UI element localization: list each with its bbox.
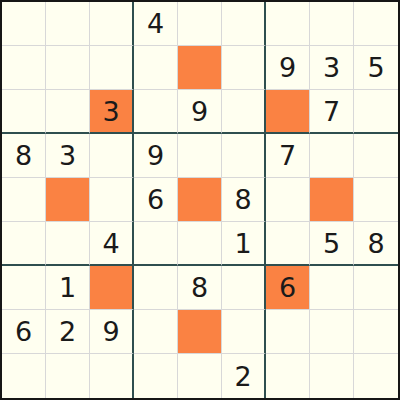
cell-r8c4[interactable] [134,310,178,354]
cell-r8c1[interactable]: 6 [2,310,46,354]
cell-r4c7[interactable]: 7 [266,134,310,178]
cell-r2c7[interactable]: 9 [266,46,310,90]
cell-r7c8[interactable] [310,266,354,310]
cell-r9c2[interactable] [46,354,90,398]
cell-r8c9[interactable] [354,310,398,354]
cell-r3c5[interactable]: 9 [178,90,222,134]
cell-r7c7[interactable]: 6 [266,266,310,310]
cell-r5c7[interactable] [266,178,310,222]
cell-r9c3[interactable] [90,354,134,398]
cell-r1c5[interactable] [178,2,222,46]
cell-r1c7[interactable] [266,2,310,46]
cell-r5c6[interactable]: 8 [222,178,266,222]
cell-r9c8[interactable] [310,354,354,398]
cell-r1c9[interactable] [354,2,398,46]
cell-r7c2[interactable]: 1 [46,266,90,310]
cell-r3c9[interactable] [354,90,398,134]
cell-r2c6[interactable] [222,46,266,90]
cell-r3c6[interactable] [222,90,266,134]
cell-r4c5[interactable] [178,134,222,178]
cell-r3c3[interactable]: 3 [90,90,134,134]
cell-r1c8[interactable] [310,2,354,46]
cell-r4c1[interactable]: 8 [2,134,46,178]
cell-r2c8[interactable]: 3 [310,46,354,90]
cell-r7c1[interactable] [2,266,46,310]
cell-r3c4[interactable] [134,90,178,134]
cell-r2c2[interactable] [46,46,90,90]
cell-r6c9[interactable]: 8 [354,222,398,266]
cell-r8c6[interactable] [222,310,266,354]
cell-r9c6[interactable]: 2 [222,354,266,398]
cell-r8c3[interactable]: 9 [90,310,134,354]
cell-r9c7[interactable] [266,354,310,398]
cell-r8c8[interactable] [310,310,354,354]
sudoku-board: 493539783976841581866292 [0,0,400,400]
cell-r6c4[interactable] [134,222,178,266]
cell-r1c1[interactable] [2,2,46,46]
cell-r5c2[interactable] [46,178,90,222]
cell-r4c8[interactable] [310,134,354,178]
cell-r7c6[interactable] [222,266,266,310]
cell-r5c1[interactable] [2,178,46,222]
cell-r9c1[interactable] [2,354,46,398]
cell-r2c5[interactable] [178,46,222,90]
cell-r7c3[interactable] [90,266,134,310]
cell-r9c9[interactable] [354,354,398,398]
cell-r3c7[interactable] [266,90,310,134]
cell-r8c2[interactable]: 2 [46,310,90,354]
cell-r1c4[interactable]: 4 [134,2,178,46]
cell-r5c8[interactable] [310,178,354,222]
cell-r2c9[interactable]: 5 [354,46,398,90]
cell-r1c2[interactable] [46,2,90,46]
cell-r2c4[interactable] [134,46,178,90]
cell-r6c5[interactable] [178,222,222,266]
cell-r9c4[interactable] [134,354,178,398]
cell-r2c3[interactable] [90,46,134,90]
cell-r4c6[interactable] [222,134,266,178]
cell-r7c5[interactable]: 8 [178,266,222,310]
cell-r8c5[interactable] [178,310,222,354]
cell-r8c7[interactable] [266,310,310,354]
cell-r5c5[interactable] [178,178,222,222]
cell-r6c6[interactable]: 1 [222,222,266,266]
cell-r6c2[interactable] [46,222,90,266]
cell-r5c9[interactable] [354,178,398,222]
cell-r1c3[interactable] [90,2,134,46]
cell-r5c4[interactable]: 6 [134,178,178,222]
cell-r6c8[interactable]: 5 [310,222,354,266]
cell-r6c3[interactable]: 4 [90,222,134,266]
cell-r4c9[interactable] [354,134,398,178]
cell-r4c3[interactable] [90,134,134,178]
cell-r2c1[interactable] [2,46,46,90]
cell-r6c7[interactable] [266,222,310,266]
cell-r7c9[interactable] [354,266,398,310]
cell-r4c2[interactable]: 3 [46,134,90,178]
cell-r1c6[interactable] [222,2,266,46]
cell-r7c4[interactable] [134,266,178,310]
cell-r5c3[interactable] [90,178,134,222]
cell-r4c4[interactable]: 9 [134,134,178,178]
cell-r3c8[interactable]: 7 [310,90,354,134]
cell-r6c1[interactable] [2,222,46,266]
cell-r3c2[interactable] [46,90,90,134]
cell-r9c5[interactable] [178,354,222,398]
cell-r3c1[interactable] [2,90,46,134]
